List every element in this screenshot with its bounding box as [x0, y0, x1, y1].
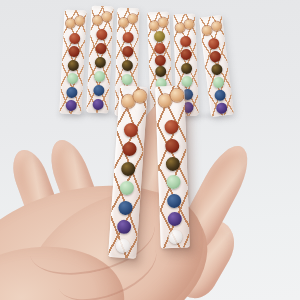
bead-amethyst: [167, 212, 181, 226]
bead-carnelian: [165, 138, 179, 152]
bead-tiger-eye: [165, 157, 179, 171]
bead-lapis-lazuli: [166, 193, 180, 207]
bead-green-aventurine: [166, 175, 180, 189]
bead-champagne: [170, 88, 183, 101]
photo-stage: [0, 0, 300, 300]
bead-clear-quartz: [168, 230, 182, 244]
chakra-wand: [108, 85, 148, 259]
held-wands-layer: [0, 0, 300, 300]
chakra-wand: [155, 86, 190, 249]
